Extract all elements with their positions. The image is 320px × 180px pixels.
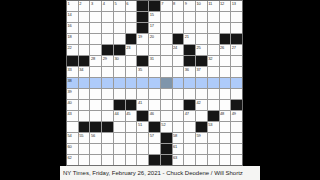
crossword-cell-r1c11[interactable]: 9 xyxy=(184,1,195,11)
crossword-cell-r14c2[interactable] xyxy=(79,144,90,154)
crossword-cell-r11c15[interactable]: 49 xyxy=(231,111,242,121)
crossword-cell-r10c12[interactable]: 42 xyxy=(196,100,207,110)
clue-number-22: 22 xyxy=(68,45,72,50)
clue-number-3: 3 xyxy=(91,1,93,6)
crossword-cell-r2c8[interactable]: 15 xyxy=(149,12,160,22)
clue-number-42: 42 xyxy=(197,100,201,105)
crossword-cell-r13c1[interactable]: 54 xyxy=(67,133,78,143)
crossword-cell-r13c10[interactable]: 58 xyxy=(173,133,184,143)
crossword-cell-r3c10[interactable] xyxy=(173,23,184,33)
black-square-r5c5 xyxy=(114,45,125,55)
crossword-cell-r9c3[interactable] xyxy=(90,89,101,99)
clue-number-5: 5 xyxy=(114,1,116,6)
crossword-cell-r9c7[interactable] xyxy=(137,89,148,99)
crossword-cell-r8c15[interactable] xyxy=(231,78,242,88)
crossword-cell-r3c15[interactable] xyxy=(231,23,242,33)
black-square-r14c9 xyxy=(161,144,172,154)
crossword-cell-r7c10[interactable] xyxy=(173,67,184,77)
clue-number-60: 60 xyxy=(68,144,72,149)
crossword-cell-r2c9[interactable] xyxy=(161,12,172,22)
clue-number-21: 21 xyxy=(185,34,189,39)
crossword-cell-r6c14[interactable] xyxy=(220,56,231,66)
clue-number-33: 33 xyxy=(68,67,72,72)
black-square-r10c5 xyxy=(114,100,125,110)
crossword-cell-r4c1[interactable]: 18 xyxy=(67,34,78,44)
crossword-cell-r13c15[interactable] xyxy=(231,133,242,143)
crossword-cell-r15c12[interactable] xyxy=(196,155,207,165)
crossword-cell-r3c9[interactable] xyxy=(161,23,172,33)
crossword-cell-r7c11[interactable]: 36 xyxy=(184,67,195,77)
crossword-cell-r11c4[interactable] xyxy=(102,111,113,121)
crossword-cell-r8c4[interactable] xyxy=(102,78,113,88)
crossword-cell-r15c14[interactable] xyxy=(220,155,231,165)
crossword-cell-r7c12[interactable]: 37 xyxy=(196,67,207,77)
clue-number-20: 20 xyxy=(150,34,154,39)
crossword-cell-r9c8[interactable] xyxy=(149,89,160,99)
crossword-cell-r4c3[interactable] xyxy=(90,34,101,44)
black-square-r5c4 xyxy=(102,45,113,55)
crossword-cell-r15c3[interactable] xyxy=(90,155,101,165)
clue-number-48: 48 xyxy=(220,111,224,116)
crossword-cell-r11c5[interactable]: 44 xyxy=(114,111,125,121)
crossword-cell-r5c15[interactable]: 27 xyxy=(231,45,242,55)
crossword-cell-r5c14[interactable]: 26 xyxy=(220,45,231,55)
crossword-cell-r14c4[interactable] xyxy=(102,144,113,154)
crossword-cell-r2c6[interactable] xyxy=(126,12,137,22)
crossword-cell-r9c13[interactable] xyxy=(208,89,219,99)
crossword-cell-r9c10[interactable] xyxy=(173,89,184,99)
crossword-cell-r12c6[interactable] xyxy=(126,122,137,132)
crossword-cell-r3c5[interactable] xyxy=(114,23,125,33)
crossword-cell-r4c9[interactable] xyxy=(161,34,172,44)
crossword-cell-r2c14[interactable] xyxy=(220,12,231,22)
crossword-cell-r11c8[interactable]: 46 xyxy=(149,111,160,121)
clue-number-13: 13 xyxy=(232,1,236,6)
clue-number-8: 8 xyxy=(173,1,175,6)
crossword-cell-r2c4[interactable] xyxy=(102,12,113,22)
crossword-cell-r12c10[interactable] xyxy=(173,122,184,132)
crossword-cell-r8c11[interactable] xyxy=(184,78,195,88)
clue-number-54: 54 xyxy=(68,133,72,138)
crossword-cell-r14c14[interactable] xyxy=(220,144,231,154)
crossword-cell-r7c4[interactable] xyxy=(102,67,113,77)
crossword-cell-r4c2[interactable] xyxy=(79,34,90,44)
crossword-cell-r9c9[interactable] xyxy=(161,89,172,99)
crossword-cell-r6c10[interactable] xyxy=(173,56,184,66)
crossword-cell-r15c15[interactable] xyxy=(231,155,242,165)
crossword-cell-r12c1[interactable] xyxy=(67,122,78,132)
black-square-r6c1 xyxy=(67,56,78,66)
crossword-cell-r14c1[interactable]: 60 xyxy=(67,144,78,154)
crossword-cell-r6c5[interactable]: 30 xyxy=(114,56,125,66)
black-square-r12c3 xyxy=(90,122,101,132)
crossword-cell-r12c5[interactable] xyxy=(114,122,125,132)
crossword-cell-r8c7[interactable] xyxy=(137,78,148,88)
crossword-cell-r2c12[interactable] xyxy=(196,12,207,22)
clue-number-56: 56 xyxy=(91,133,95,138)
crossword-cell-r8c2[interactable] xyxy=(79,78,90,88)
crossword-cell-r15c7[interactable] xyxy=(137,155,148,165)
crossword-cell-r15c6[interactable] xyxy=(126,155,137,165)
crossword-cell-r7c5[interactable] xyxy=(114,67,125,77)
clue-number-55: 55 xyxy=(79,133,83,138)
crossword-cell-r1c4[interactable]: 4 xyxy=(102,1,113,11)
crossword-cell-r13c13[interactable] xyxy=(208,133,219,143)
black-square-r5c11 xyxy=(184,45,195,55)
black-square-r13c9 xyxy=(161,133,172,143)
crossword-cell-r5c10[interactable]: 24 xyxy=(173,45,184,55)
crossword-cell-r9c1[interactable]: 39 xyxy=(67,89,78,99)
clue-number-44: 44 xyxy=(114,111,118,116)
black-square-r12c2 xyxy=(79,122,90,132)
crossword-cell-r4c7[interactable]: 19 xyxy=(137,34,148,44)
crossword-cell-r12c11[interactable] xyxy=(184,122,195,132)
crossword-cell-r7c15[interactable] xyxy=(231,67,242,77)
crossword-cell-r14c7[interactable] xyxy=(137,144,148,154)
black-square-r10c11 xyxy=(184,100,195,110)
crossword-cell-r9c5[interactable] xyxy=(114,89,125,99)
crossword-cell-r13c7[interactable] xyxy=(137,133,148,143)
clue-number-41: 41 xyxy=(138,100,142,105)
crossword-cell-r5c12[interactable]: 25 xyxy=(196,45,207,55)
clue-number-18: 18 xyxy=(68,34,72,39)
crossword-cell-r3c4[interactable] xyxy=(102,23,113,33)
clue-number-63: 63 xyxy=(173,155,177,160)
clue-number-32: 32 xyxy=(208,56,212,61)
crossword-cell-r10c9[interactable] xyxy=(161,100,172,110)
crossword-cell-r13c14[interactable] xyxy=(220,133,231,143)
clue-number-52: 52 xyxy=(161,122,165,127)
crossword-cell-r9c11[interactable] xyxy=(184,89,195,99)
crossword-cell-r12c14[interactable] xyxy=(220,122,231,132)
crossword-cell-r12c9[interactable]: 52 xyxy=(161,122,172,132)
clue-number-25: 25 xyxy=(197,45,201,50)
crossword-cell-r7c13[interactable] xyxy=(208,67,219,77)
crossword-cell-r15c13[interactable] xyxy=(208,155,219,165)
crossword-cell-r3c14[interactable] xyxy=(220,23,231,33)
crossword-grid: 1234567891011121314151617181920212223242… xyxy=(66,0,243,166)
selected-cell-r8c9[interactable] xyxy=(161,78,172,88)
clue-number-47: 47 xyxy=(185,111,189,116)
crossword-cell-r14c6[interactable] xyxy=(126,144,137,154)
crossword-cell-r8c3[interactable] xyxy=(90,78,101,88)
crossword-cell-r14c13[interactable] xyxy=(208,144,219,154)
crossword-cell-r1c3[interactable]: 3 xyxy=(90,1,101,11)
crossword-cell-r14c11[interactable] xyxy=(184,144,195,154)
clue-number-7: 7 xyxy=(161,1,163,6)
crossword-cell-r1c14[interactable]: 12 xyxy=(220,1,231,11)
black-square-r1c8 xyxy=(149,1,160,11)
crossword-cell-r13c3[interactable]: 56 xyxy=(90,133,101,143)
crossword-cell-r6c8[interactable]: 31 xyxy=(149,56,160,66)
clue-number-17: 17 xyxy=(150,23,154,28)
crossword-cell-r2c15[interactable] xyxy=(231,12,242,22)
crossword-cell-r8c10[interactable] xyxy=(173,78,184,88)
crossword-cell-r14c12[interactable] xyxy=(196,144,207,154)
crossword-cell-r9c6[interactable] xyxy=(126,89,137,99)
crossword-cell-r10c14[interactable] xyxy=(220,100,231,110)
crossword-cell-r15c2[interactable] xyxy=(79,155,90,165)
clue-number-37: 37 xyxy=(197,67,201,72)
crossword-cell-r2c11[interactable] xyxy=(184,12,195,22)
clue-number-31: 31 xyxy=(150,56,154,61)
black-square-r11c7 xyxy=(137,111,148,121)
crossword-cell-r1c1[interactable]: 1 xyxy=(67,1,78,11)
black-square-r15c8 xyxy=(149,155,160,165)
crossword-cell-r7c1[interactable]: 33 xyxy=(67,67,78,77)
puzzle-caption: NY Times, Friday, February 26, 2021 - Ch… xyxy=(60,166,260,180)
black-square-r6c11 xyxy=(184,56,195,66)
crossword-cell-r1c9[interactable]: 7 xyxy=(161,1,172,11)
clue-number-38: 38 xyxy=(68,78,72,83)
black-square-r10c6 xyxy=(126,100,137,110)
clue-number-23: 23 xyxy=(126,45,130,50)
clue-number-6: 6 xyxy=(126,1,128,6)
crossword-cell-r6c13[interactable]: 32 xyxy=(208,56,219,66)
clue-number-29: 29 xyxy=(103,56,107,61)
crossword-cell-r8c8[interactable] xyxy=(149,78,160,88)
crossword-cell-r4c11[interactable]: 21 xyxy=(184,34,195,44)
crossword-cell-r10c1[interactable]: 40 xyxy=(67,100,78,110)
crossword-cell-r3c12[interactable] xyxy=(196,23,207,33)
crossword-cell-r7c8[interactable] xyxy=(149,67,160,77)
crossword-cell-r15c1[interactable]: 62 xyxy=(67,155,78,165)
black-square-r4c6 xyxy=(126,34,137,44)
black-square-r12c8 xyxy=(149,122,160,132)
black-square-r12c12 xyxy=(196,122,207,132)
crossword-cell-r1c15[interactable]: 13 xyxy=(231,1,242,11)
clue-number-39: 39 xyxy=(68,89,72,94)
crossword-cell-r7c14[interactable] xyxy=(220,67,231,77)
crossword-cell-r14c5[interactable] xyxy=(114,144,125,154)
crossword-cell-r2c2[interactable] xyxy=(79,12,90,22)
clue-number-28: 28 xyxy=(91,56,95,61)
clue-number-53: 53 xyxy=(208,122,212,127)
crossword-cell-r10c13[interactable] xyxy=(208,100,219,110)
crossword-cell-r13c11[interactable] xyxy=(184,133,195,143)
crossword-cell-r7c7[interactable]: 35 xyxy=(137,67,148,77)
crossword-cell-r1c6[interactable]: 6 xyxy=(126,1,137,11)
crossword-cell-r15c11[interactable] xyxy=(184,155,195,165)
crossword-cell-r11c3[interactable] xyxy=(90,111,101,121)
crossword-cell-r2c5[interactable] xyxy=(114,12,125,22)
crossword-cell-r4c8[interactable]: 20 xyxy=(149,34,160,44)
crossword-cell-r2c1[interactable]: 14 xyxy=(67,12,78,22)
black-square-r4c15 xyxy=(231,34,242,44)
black-square-r6c7 xyxy=(137,56,148,66)
crossword-cell-r8c5[interactable] xyxy=(114,78,125,88)
clue-number-35: 35 xyxy=(138,67,142,72)
crossword-cell-r2c10[interactable] xyxy=(173,12,184,22)
black-square-r11c13 xyxy=(208,111,219,121)
clue-number-36: 36 xyxy=(185,67,189,72)
black-square-r15c9 xyxy=(161,155,172,165)
crossword-cell-r9c12[interactable] xyxy=(196,89,207,99)
crossword-cell-r13c6[interactable] xyxy=(126,133,137,143)
crossword-cell-r3c2[interactable] xyxy=(79,23,90,33)
crossword-cell-r8c1[interactable]: 38 xyxy=(67,78,78,88)
crossword-cell-r11c10[interactable] xyxy=(173,111,184,121)
clue-number-15: 15 xyxy=(150,12,154,17)
crossword-cell-r1c10[interactable]: 8 xyxy=(173,1,184,11)
crossword-cell-r13c12[interactable]: 59 xyxy=(196,133,207,143)
crossword-cell-r5c3[interactable] xyxy=(90,45,101,55)
clue-number-24: 24 xyxy=(173,45,177,50)
crossword-cell-r13c4[interactable] xyxy=(102,133,113,143)
clue-number-45: 45 xyxy=(126,111,130,116)
clue-number-26: 26 xyxy=(220,45,224,50)
clue-number-43: 43 xyxy=(68,111,72,116)
crossword-cell-r10c4[interactable] xyxy=(102,100,113,110)
black-square-r3c7 xyxy=(137,23,148,33)
crossword-cell-r4c4[interactable] xyxy=(102,34,113,44)
clue-number-14: 14 xyxy=(68,12,72,17)
clue-number-16: 16 xyxy=(68,23,72,28)
crossword-cell-r15c4[interactable] xyxy=(102,155,113,165)
crossword-cell-r8c14[interactable] xyxy=(220,78,231,88)
clue-number-1: 1 xyxy=(68,1,70,6)
black-square-r12c4 xyxy=(102,122,113,132)
crossword-cell-r10c10[interactable] xyxy=(173,100,184,110)
crossword-cell-r11c14[interactable]: 48 xyxy=(220,111,231,121)
crossword-cell-r4c5[interactable] xyxy=(114,34,125,44)
crossword-cell-r1c2[interactable]: 2 xyxy=(79,1,90,11)
black-square-r6c2 xyxy=(79,56,90,66)
clue-number-19: 19 xyxy=(138,34,142,39)
crossword-cell-r3c1[interactable]: 16 xyxy=(67,23,78,33)
clue-number-46: 46 xyxy=(150,111,154,116)
black-square-r6c12 xyxy=(196,56,207,66)
clue-number-57: 57 xyxy=(150,133,154,138)
crossword-cell-r9c15[interactable] xyxy=(231,89,242,99)
black-square-r1c7 xyxy=(137,1,148,11)
crossword-cell-r9c2[interactable] xyxy=(79,89,90,99)
crossword-cell-r9c14[interactable] xyxy=(220,89,231,99)
crossword-cell-r10c2[interactable] xyxy=(79,100,90,110)
clue-number-40: 40 xyxy=(68,100,72,105)
crossword-cell-r5c2[interactable] xyxy=(79,45,90,55)
black-square-r4c10 xyxy=(173,34,184,44)
clue-number-4: 4 xyxy=(103,1,105,6)
crossword-cell-r3c3[interactable] xyxy=(90,23,101,33)
crossword-cell-r11c12[interactable] xyxy=(196,111,207,121)
crossword-cell-r6c3[interactable]: 28 xyxy=(90,56,101,66)
crossword-cell-r5c1[interactable]: 22 xyxy=(67,45,78,55)
crossword-cell-r7c9[interactable] xyxy=(161,67,172,77)
crossword-cell-r12c13[interactable]: 53 xyxy=(208,122,219,132)
clue-number-11: 11 xyxy=(208,1,212,6)
clue-number-27: 27 xyxy=(232,45,236,50)
clue-number-58: 58 xyxy=(173,133,177,138)
crossword-cell-r11c1[interactable]: 43 xyxy=(67,111,78,121)
crossword-cell-r13c2[interactable]: 55 xyxy=(79,133,90,143)
clue-number-62: 62 xyxy=(68,155,72,160)
crossword-cell-r11c6[interactable]: 45 xyxy=(126,111,137,121)
black-square-r2c7 xyxy=(137,12,148,22)
crossword-cell-r12c7[interactable]: 51 xyxy=(137,122,148,132)
clue-number-10: 10 xyxy=(197,1,201,6)
crossword-cell-r8c12[interactable] xyxy=(196,78,207,88)
clue-number-30: 30 xyxy=(114,56,118,61)
crossword-cell-r14c8[interactable] xyxy=(149,144,160,154)
crossword-cell-r10c7[interactable]: 41 xyxy=(137,100,148,110)
crossword-cell-r11c2[interactable] xyxy=(79,111,90,121)
crossword-cell-r13c5[interactable] xyxy=(114,133,125,143)
crossword-cell-r6c4[interactable]: 29 xyxy=(102,56,113,66)
crossword-cell-r7c3[interactable] xyxy=(90,67,101,77)
black-square-r10c15 xyxy=(231,100,242,110)
crossword-cell-r15c5[interactable] xyxy=(114,155,125,165)
crossword-cell-r3c13[interactable] xyxy=(208,23,219,33)
crossword-cell-r1c12[interactable]: 10 xyxy=(196,1,207,11)
crossword-cell-r13c8[interactable]: 57 xyxy=(149,133,160,143)
crossword-cell-r4c12[interactable] xyxy=(196,34,207,44)
clue-number-59: 59 xyxy=(197,133,201,138)
crossword-cell-r12c15[interactable] xyxy=(231,122,242,132)
clue-number-61: 61 xyxy=(173,144,177,149)
clue-number-2: 2 xyxy=(79,1,81,6)
crossword-cell-r1c13[interactable]: 11 xyxy=(208,1,219,11)
crossword-cell-r3c8[interactable]: 17 xyxy=(149,23,160,33)
crossword-cell-r3c6[interactable] xyxy=(126,23,137,33)
crossword-cell-r2c3[interactable] xyxy=(90,12,101,22)
clue-number-49: 49 xyxy=(232,111,236,116)
clue-number-9: 9 xyxy=(185,1,187,6)
crossword-cell-r3c11[interactable] xyxy=(184,23,195,33)
clue-number-51: 51 xyxy=(138,122,142,127)
crossword-cell-r2c13[interactable] xyxy=(208,12,219,22)
crossword-cell-r8c13[interactable] xyxy=(208,78,219,88)
crossword-cell-r1c5[interactable]: 5 xyxy=(114,1,125,11)
crossword-cell-r14c10[interactable]: 61 xyxy=(173,144,184,154)
crossword-cell-r6c6[interactable] xyxy=(126,56,137,66)
crossword-cell-r15c10[interactable]: 63 xyxy=(173,155,184,165)
crossword-cell-r8c6[interactable] xyxy=(126,78,137,88)
crossword-cell-r5c9[interactable] xyxy=(161,45,172,55)
black-square-r4c14 xyxy=(220,34,231,44)
crossword-cell-r14c15[interactable] xyxy=(231,144,242,154)
crossword-cell-r5c6[interactable]: 23 xyxy=(126,45,137,55)
crossword-cell-r6c9[interactable] xyxy=(161,56,172,66)
crossword-cell-r5c8[interactable] xyxy=(149,45,160,55)
crossword-cell-r11c9[interactable] xyxy=(161,111,172,121)
crossword-cell-r11c11[interactable]: 47 xyxy=(184,111,195,121)
crossword-cell-r7c6[interactable] xyxy=(126,67,137,77)
clue-number-34: 34 xyxy=(79,67,83,72)
crossword-cell-r6c15[interactable] xyxy=(231,56,242,66)
clue-number-12: 12 xyxy=(220,1,224,6)
crossword-cell-r5c13[interactable] xyxy=(208,45,219,55)
crossword-cell-r4c13[interactable] xyxy=(208,34,219,44)
crossword-cell-r7c2[interactable]: 34 xyxy=(79,67,90,77)
crossword-cell-r14c3[interactable] xyxy=(90,144,101,154)
crossword-cell-r10c8[interactable] xyxy=(149,100,160,110)
crossword-screenshot: 1234567891011121314151617181920212223242… xyxy=(0,0,320,180)
crossword-cell-r9c4[interactable] xyxy=(102,89,113,99)
crossword-cell-r5c7[interactable] xyxy=(137,45,148,55)
crossword-cell-r10c3[interactable] xyxy=(90,100,101,110)
